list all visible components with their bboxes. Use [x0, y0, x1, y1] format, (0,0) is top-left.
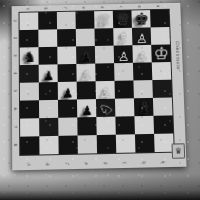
- black-king[interactable]: ♚: [133, 11, 149, 28]
- square-d1[interactable]: ♕: [94, 11, 113, 29]
- white-pawn[interactable]: ♙: [136, 50, 148, 63]
- square-g4[interactable]: ♟: [39, 64, 58, 82]
- square-f6[interactable]: [58, 99, 77, 117]
- square-h2[interactable]: [20, 30, 39, 48]
- square-g2[interactable]: [38, 29, 57, 47]
- white-king[interactable]: ♔: [153, 45, 169, 62]
- square-e7[interactable]: [77, 117, 96, 135]
- square-b1[interactable]: ♚: [131, 10, 150, 28]
- square-a2[interactable]: [151, 27, 170, 45]
- coordinate-label: g: [45, 156, 52, 173]
- square-b5[interactable]: [133, 80, 152, 98]
- square-a3[interactable]: ♔: [151, 44, 170, 62]
- black-pawn[interactable]: ♟: [42, 69, 54, 82]
- square-a7[interactable]: [153, 115, 173, 133]
- coordinate-label: c: [121, 155, 128, 172]
- square-h7[interactable]: [20, 118, 39, 136]
- chess-board: ♕♛♚♗♙♞♟♙♙♔♟♙♟♙♟♘♝: [19, 9, 175, 156]
- brand-logo: ♛: [172, 143, 186, 158]
- square-f5[interactable]: ♟: [58, 82, 77, 100]
- white-pawn[interactable]: ♙: [80, 69, 92, 82]
- square-e3[interactable]: ♟: [76, 46, 95, 64]
- square-e2[interactable]: [76, 29, 95, 47]
- square-a6[interactable]: [153, 97, 173, 115]
- square-d2[interactable]: [94, 28, 113, 46]
- square-b6[interactable]: ♝: [134, 98, 154, 116]
- square-b8[interactable]: [135, 134, 155, 153]
- white-pawn[interactable]: ♙: [117, 50, 129, 63]
- coordinate-label: d: [102, 155, 109, 172]
- black-pawn[interactable]: ♟: [80, 51, 92, 64]
- square-a5[interactable]: [152, 80, 172, 98]
- white-bishop[interactable]: ♗: [116, 31, 130, 46]
- square-h4[interactable]: [20, 65, 39, 83]
- square-h6[interactable]: [20, 100, 39, 118]
- square-e4[interactable]: ♙: [76, 64, 95, 82]
- black-pawn[interactable]: ♟: [80, 104, 92, 117]
- square-f4[interactable]: [58, 64, 77, 82]
- square-a1[interactable]: [150, 10, 169, 28]
- square-g8[interactable]: [39, 136, 58, 155]
- square-c1[interactable]: ♛: [113, 10, 132, 28]
- black-pawn[interactable]: ♟: [61, 87, 73, 100]
- square-e8[interactable]: [78, 135, 98, 154]
- square-e6[interactable]: ♟: [77, 99, 96, 117]
- square-e5[interactable]: [77, 81, 96, 99]
- square-f2[interactable]: [57, 29, 76, 47]
- square-c6[interactable]: [115, 98, 134, 116]
- chess-board-frame: hgfedcba hgfedcba 12345678 Checkmate ♛ ♕…: [12, 3, 187, 171]
- black-knight[interactable]: ♞: [22, 50, 36, 65]
- photo-scene: hgfedcba hgfedcba 12345678 Checkmate ♛ ♕…: [0, 0, 200, 200]
- square-d3[interactable]: [95, 46, 114, 64]
- square-c4[interactable]: [114, 63, 133, 81]
- square-f7[interactable]: [58, 117, 77, 135]
- square-c3[interactable]: ♙: [114, 45, 133, 63]
- square-d7[interactable]: [96, 117, 115, 135]
- square-d4[interactable]: [95, 63, 114, 81]
- square-g1[interactable]: [38, 12, 57, 30]
- square-d6[interactable]: ♘: [96, 99, 115, 117]
- white-pawn[interactable]: ♙: [99, 86, 111, 99]
- board-brand-text: Checkmate: [175, 41, 181, 70]
- white-pawn[interactable]: ♙: [136, 32, 148, 45]
- coordinate-label: e: [83, 155, 90, 172]
- square-h1[interactable]: [20, 12, 39, 30]
- square-b2[interactable]: ♙: [132, 27, 151, 45]
- square-c8[interactable]: [116, 134, 136, 153]
- square-e1[interactable]: [75, 11, 94, 29]
- black-bishop[interactable]: ♝: [137, 101, 151, 116]
- square-h8[interactable]: [20, 136, 39, 155]
- square-c5[interactable]: [114, 80, 133, 98]
- brand-logo-crown-icon: ♛: [175, 146, 183, 155]
- black-queen[interactable]: ♛: [114, 11, 130, 28]
- coordinate-label: h: [25, 157, 32, 174]
- square-a4[interactable]: [152, 62, 171, 80]
- square-h3[interactable]: ♞: [20, 47, 39, 65]
- square-c7[interactable]: [115, 116, 135, 134]
- square-g3[interactable]: [38, 47, 57, 65]
- square-b4[interactable]: [133, 62, 152, 80]
- square-b3[interactable]: ♙: [132, 45, 151, 63]
- square-d8[interactable]: [97, 135, 117, 154]
- square-g7[interactable]: [39, 118, 58, 136]
- file-labels-bottom: hgfedcba: [19, 158, 173, 169]
- square-g5[interactable]: [39, 82, 58, 100]
- square-c2[interactable]: ♗: [113, 28, 132, 46]
- coordinate-label: a: [160, 154, 167, 171]
- coordinate-label: b: [141, 154, 148, 171]
- square-f1[interactable]: [57, 12, 76, 30]
- coordinate-label: f: [64, 156, 71, 173]
- square-f8[interactable]: [58, 135, 77, 154]
- white-queen[interactable]: ♕: [96, 12, 112, 29]
- square-g6[interactable]: [39, 100, 58, 118]
- square-b7[interactable]: [134, 116, 154, 134]
- square-f3[interactable]: [57, 46, 76, 64]
- square-d5[interactable]: ♙: [96, 81, 115, 99]
- square-h5[interactable]: [20, 82, 39, 100]
